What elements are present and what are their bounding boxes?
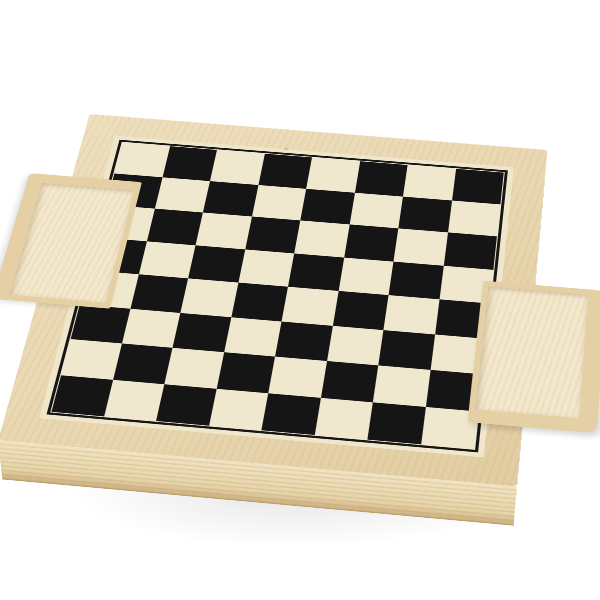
square-e3[interactable] bbox=[275, 321, 332, 361]
black-bishop-icon: ♝ bbox=[358, 158, 405, 181]
square-f4[interactable] bbox=[332, 291, 388, 330]
square-b4[interactable] bbox=[130, 274, 188, 312]
black-bishop-icon: ♝ bbox=[214, 147, 261, 170]
square-h6[interactable] bbox=[443, 232, 497, 269]
square-d6[interactable] bbox=[245, 216, 300, 253]
square-g4[interactable] bbox=[383, 295, 439, 334]
black-knight-icon: ♞ bbox=[407, 163, 451, 184]
square-b1[interactable] bbox=[104, 379, 165, 421]
black-pawn-icon: ♟ bbox=[359, 196, 392, 212]
piece-layer: ♜♞♝♚♛♝♞♜♟♟♟♟♟♟♟♟♟♟♟♟♟♟♟♟♜♞♝♛♚♝♞♜ bbox=[90, 114, 548, 150]
black-king-icon: ♚ bbox=[258, 146, 313, 173]
right-storage-drawer[interactable] bbox=[467, 281, 600, 434]
square-c3[interactable] bbox=[173, 313, 231, 353]
square-b3[interactable] bbox=[121, 308, 180, 347]
square-f6[interactable] bbox=[344, 224, 399, 261]
black-knight-icon: ♞ bbox=[168, 144, 211, 165]
black-rook-icon: ♜ bbox=[457, 169, 498, 189]
black-queen-icon: ♛ bbox=[307, 152, 359, 177]
black-rook-icon: ♜ bbox=[122, 142, 162, 161]
square-b2[interactable] bbox=[113, 343, 173, 383]
black-pawn-icon: ♟ bbox=[118, 177, 152, 193]
black-pawn-icon: ♟ bbox=[166, 180, 200, 196]
square-f1[interactable] bbox=[314, 397, 373, 439]
black-pawn-icon: ♟ bbox=[457, 204, 491, 221]
square-g6[interactable] bbox=[393, 228, 447, 265]
square-e1[interactable] bbox=[261, 393, 320, 435]
square-d4[interactable] bbox=[231, 283, 288, 322]
square-d3[interactable] bbox=[224, 317, 282, 357]
square-a3[interactable] bbox=[71, 304, 130, 343]
square-f3[interactable] bbox=[327, 325, 384, 365]
wooden-game-box: ♜♞♝♚♛♝♞♜♟♟♟♟♟♟♟♟♟♟♟♟♟♟♟♟♜♞♝♛♚♝♞♜ bbox=[0, 114, 547, 486]
black-pawn-icon: ♟ bbox=[311, 192, 344, 208]
perspective-container: ♜♞♝♚♛♝♞♜♟♟♟♟♟♟♟♟♟♟♟♟♟♟♟♟♜♞♝♛♚♝♞♜ bbox=[0, 0, 600, 600]
square-e2[interactable] bbox=[268, 357, 326, 398]
square-f2[interactable] bbox=[321, 361, 379, 402]
black-pawn-icon: ♟ bbox=[214, 184, 247, 200]
square-c2[interactable] bbox=[164, 348, 223, 389]
square-d2[interactable] bbox=[216, 352, 275, 393]
black-pawn-icon: ♟ bbox=[263, 188, 296, 204]
square-g3[interactable] bbox=[378, 330, 434, 370]
square-a1[interactable] bbox=[51, 375, 112, 416]
black-pawn-icon: ♟ bbox=[408, 200, 442, 217]
square-b5[interactable] bbox=[138, 241, 195, 278]
square-g1[interactable] bbox=[367, 402, 425, 444]
square-c1[interactable] bbox=[156, 384, 216, 426]
square-c6[interactable] bbox=[196, 213, 252, 250]
square-g2[interactable] bbox=[373, 365, 430, 406]
square-e4[interactable] bbox=[282, 287, 339, 326]
square-e6[interactable] bbox=[294, 220, 349, 257]
product-photo-chess-checkers-set: ♜♞♝♚♛♝♞♜♟♟♟♟♟♟♟♟♟♟♟♟♟♟♟♟♜♞♝♛♚♝♞♜ bbox=[0, 0, 600, 600]
square-a2[interactable] bbox=[61, 339, 121, 379]
square-d1[interactable] bbox=[209, 388, 269, 430]
